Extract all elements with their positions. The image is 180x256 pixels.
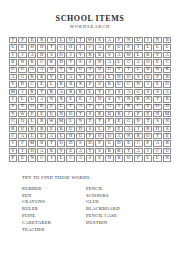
grid-cell: O	[144, 59, 153, 65]
grid-cell: I	[18, 148, 27, 154]
grid-cell: A	[105, 37, 114, 43]
grid-cell: S	[86, 155, 95, 161]
grid-cell: R	[86, 52, 95, 58]
grid-cell: A	[95, 44, 104, 50]
grid-cell: T	[95, 118, 104, 124]
grid-cell: P	[28, 111, 37, 117]
grid-cell: L	[144, 155, 153, 161]
word-list-item: PENCIL CASE	[86, 213, 166, 220]
word-list-item: RUBBER	[22, 186, 86, 193]
grid-cell: E	[47, 104, 56, 110]
grid-cell: E	[95, 37, 104, 43]
grid-cell: B	[144, 67, 153, 73]
page-subtitle: WORDSEARCH	[0, 24, 180, 29]
grid-cell: A	[57, 89, 66, 95]
grid-cell: Y	[76, 74, 85, 80]
grid-cell: K	[37, 104, 46, 110]
grid-cell: L	[144, 44, 153, 50]
grid-cell: F	[66, 104, 75, 110]
grid-cell: E	[28, 37, 37, 43]
grid-cell: C	[86, 44, 95, 50]
grid-cell: S	[163, 126, 172, 132]
grid-cell: I	[144, 148, 153, 154]
grid-cell: J	[144, 81, 153, 87]
grid-cell: N	[144, 96, 153, 102]
grid-cell: R	[105, 81, 114, 87]
grid-cell: Y	[47, 74, 56, 80]
grid-cell: E	[66, 148, 75, 154]
grid-cell: U	[18, 126, 27, 132]
word-list-item: TEACHER	[22, 227, 86, 234]
grid-cell: N	[163, 155, 172, 161]
grid-cell: E	[66, 96, 75, 102]
grid-cell: A	[66, 74, 75, 80]
grid-cell: E	[37, 111, 46, 117]
grid-cell: R	[66, 81, 75, 87]
grid-cell: O	[124, 74, 133, 80]
grid-cell: H	[86, 140, 95, 146]
grid-cell: U	[18, 67, 27, 73]
grid-cell: A	[124, 89, 133, 95]
grid-cell: I	[76, 44, 85, 50]
grid-cell: U	[76, 133, 85, 139]
grid-cell: I	[115, 104, 124, 110]
grid-cell: O	[66, 111, 75, 117]
grid-cell: N	[153, 37, 162, 43]
grid-cell: P	[153, 74, 162, 80]
grid-cell: G	[124, 59, 133, 65]
grid-cell: I	[9, 52, 18, 58]
grid-cell: L	[95, 126, 104, 132]
grid-cell: U	[28, 96, 37, 102]
grid-cell: C	[66, 155, 75, 161]
grid-cell: O	[105, 133, 114, 139]
word-list-item: GLUE	[86, 199, 166, 206]
grid-cell: U	[163, 148, 172, 154]
grid-cell: S	[95, 148, 104, 154]
grid-cell: N	[163, 118, 172, 124]
grid-cell: Y	[153, 52, 162, 58]
grid-cell: N	[76, 118, 85, 124]
grid-cell: B	[163, 74, 172, 80]
grid-cell: L	[153, 44, 162, 50]
grid-cell: T	[66, 59, 75, 65]
grid-cell: U	[115, 81, 124, 87]
grid-cell: M	[28, 140, 37, 146]
wordsearch-grid: TPERSLOTWEAFNUINBUEHHTCHICAPUPILLLIJAHSO…	[9, 37, 172, 162]
grid-cell: L	[163, 44, 172, 50]
grid-cell: A	[163, 89, 172, 95]
grid-cell: C	[37, 155, 46, 161]
word-list-item: DUSTBIN	[86, 220, 166, 227]
grid-cell: S	[47, 52, 56, 58]
grid-cell: B	[115, 155, 124, 161]
grid-cell: P	[86, 81, 95, 87]
grid-cell: L	[134, 67, 143, 73]
page-title: SCHOOL ITEMS	[0, 14, 180, 23]
grid-cell: L	[28, 118, 37, 124]
grid-cell: N	[153, 111, 162, 117]
grid-cell: A	[9, 74, 18, 80]
word-list-item: PEN	[22, 193, 86, 200]
grid-cell: S	[86, 111, 95, 117]
word-list-item: CARETAKER	[22, 220, 86, 227]
grid-cell: I	[144, 37, 153, 43]
grid-cell: T	[86, 74, 95, 80]
word-list-item: PENCIL	[86, 186, 166, 193]
grid-cell: L	[57, 155, 66, 161]
grid-cell: E	[144, 104, 153, 110]
grid-cell: T	[144, 118, 153, 124]
grid-cell: E	[115, 118, 124, 124]
grid-cell: T	[115, 96, 124, 102]
grid-cell: N	[124, 133, 133, 139]
grid-cell: P	[105, 44, 114, 50]
grid-cell: U	[134, 37, 143, 43]
grid-cell: A	[37, 148, 46, 154]
grid-cell: A	[163, 52, 172, 58]
grid-cell: N	[124, 37, 133, 43]
grid-cell: A	[28, 67, 37, 73]
grid-cell: S	[86, 126, 95, 132]
word-list-item: RULER	[22, 206, 86, 213]
grid-cell: L	[66, 118, 75, 124]
grid-cell: F	[134, 155, 143, 161]
grid-cell: F	[115, 37, 124, 43]
grid-cell: K	[47, 89, 56, 95]
grid-cell: N	[47, 96, 56, 102]
grid-cell: A	[37, 67, 46, 73]
grid-cell: R	[28, 74, 37, 80]
grid-cell: T	[124, 67, 133, 73]
grid-cell: M	[163, 111, 172, 117]
grid-cell: W	[86, 37, 95, 43]
grid-cell: S	[47, 37, 56, 43]
grid-cell: J	[18, 89, 27, 95]
grid-cell: C	[95, 104, 104, 110]
grid-cell: E	[37, 133, 46, 139]
grid-cell: D	[95, 59, 104, 65]
grid-cell: E	[47, 126, 56, 132]
grid-cell: A	[76, 148, 85, 154]
grid-cell: S	[9, 148, 18, 154]
find-words-label: TRY TO FIND THESE WORDS:	[22, 175, 180, 180]
grid-cell: O	[28, 104, 37, 110]
grid-cell: T	[86, 104, 95, 110]
grid-cell: O	[144, 133, 153, 139]
grid-cell: P	[105, 126, 114, 132]
grid-cell: S	[153, 89, 162, 95]
grid-cell: T	[76, 37, 85, 43]
grid-cell: X	[57, 96, 66, 102]
grid-cell: L	[28, 133, 37, 139]
grid-cell: K	[163, 67, 172, 73]
grid-cell: C	[57, 44, 66, 50]
grid-cell: C	[9, 133, 18, 139]
grid-cell: P	[95, 140, 104, 146]
grid-cell: H	[37, 52, 46, 58]
grid-cell: R	[28, 89, 37, 95]
grid-cell: E	[163, 133, 172, 139]
grid-cell: A	[28, 52, 37, 58]
grid-cell: I	[134, 44, 143, 50]
grid-cell: T	[86, 148, 95, 154]
grid-cell: B	[163, 37, 172, 43]
grid-cell: W	[47, 118, 56, 124]
grid-cell: R	[47, 59, 56, 65]
grid-cell: R	[37, 140, 46, 146]
grid-cell: G	[124, 118, 133, 124]
grid-cell: B	[105, 111, 114, 117]
grid-cell: G	[134, 89, 143, 95]
grid-cell: H	[37, 44, 46, 50]
grid-cell: E	[57, 74, 66, 80]
grid-cell: T	[124, 148, 133, 154]
grid-cell: D	[76, 126, 85, 132]
grid-cell: I	[47, 155, 56, 161]
grid-cell: S	[76, 59, 85, 65]
grid-cell: H	[66, 133, 75, 139]
grid-cell: A	[134, 59, 143, 65]
grid-cell: U	[115, 44, 124, 50]
grid-cell: P	[18, 37, 27, 43]
grid-cell: A	[105, 59, 114, 65]
grid-cell: R	[163, 140, 172, 146]
grid-cell: H	[66, 44, 75, 50]
grid-cell: T	[76, 111, 85, 117]
grid-cell: I	[9, 96, 18, 102]
grid-cell: U	[105, 67, 114, 73]
grid-cell: S	[153, 118, 162, 124]
grid-cell: M	[9, 89, 18, 95]
grid-cell: S	[86, 67, 95, 73]
grid-cell: R	[47, 148, 56, 154]
grid-cell: C	[134, 104, 143, 110]
grid-cell: K	[134, 96, 143, 102]
grid-cell: R	[37, 74, 46, 80]
grid-cell: L	[105, 140, 114, 146]
grid-cell: O	[95, 133, 104, 139]
word-list-item: BLACKBOARD	[86, 206, 166, 213]
grid-cell: D	[18, 81, 27, 87]
grid-cell: H	[153, 126, 162, 132]
grid-cell: K	[124, 104, 133, 110]
grid-cell: O	[95, 74, 104, 80]
grid-cell: P	[18, 104, 27, 110]
grid-cell: N	[28, 155, 37, 161]
grid-cell: H	[28, 148, 37, 154]
grid-cell: B	[28, 126, 37, 132]
grid-cell: B	[9, 59, 18, 65]
grid-cell: H	[105, 155, 114, 161]
grid-cell: L	[105, 74, 114, 80]
grid-cell: U	[124, 155, 133, 161]
grid-cell: F	[86, 133, 95, 139]
grid-cell: U	[95, 81, 104, 87]
grid-cell: L	[86, 89, 95, 95]
word-list: RUBBERPENCRAYONSRULERPUPILCARETAKERTEACH…	[22, 186, 180, 234]
grid-cell: A	[18, 133, 27, 139]
grid-cell: O	[153, 104, 162, 110]
grid-cell: L	[47, 81, 56, 87]
grid-cell: R	[66, 67, 75, 73]
grid-cell: Q	[18, 118, 27, 124]
grid-cell: H	[47, 67, 56, 73]
grid-cell: R	[144, 52, 153, 58]
grid-cell: Y	[9, 111, 18, 117]
grid-cell: R	[153, 67, 162, 73]
grid-cell: N	[57, 111, 66, 117]
grid-cell: Y	[95, 89, 104, 95]
word-list-item: SCISSORS	[86, 193, 166, 200]
grid-cell: Y	[115, 67, 124, 73]
grid-cell: S	[115, 89, 124, 95]
grid-cell: T	[153, 133, 162, 139]
grid-cell: T	[9, 37, 18, 43]
grid-cell: W	[18, 111, 27, 117]
grid-cell: K	[105, 148, 114, 154]
grid-cell: E	[144, 111, 153, 117]
grid-cell: J	[86, 96, 95, 102]
grid-cell: V	[57, 67, 66, 73]
grid-cell: K	[115, 148, 124, 154]
grid-cell: T	[47, 140, 56, 146]
grid-cell: G	[18, 74, 27, 80]
grid-cell: F	[18, 140, 27, 146]
grid-cell: R	[9, 126, 18, 132]
grid-cell: A	[37, 96, 46, 102]
grid-cell: N	[18, 59, 27, 65]
grid-cell: O	[163, 81, 172, 87]
grid-cell: E	[153, 81, 162, 87]
grid-cell: A	[47, 133, 56, 139]
grid-cell: P	[144, 140, 153, 146]
grid-cell: O	[57, 140, 66, 146]
grid-cell: I	[9, 140, 18, 146]
grid-cell: A	[76, 104, 85, 110]
grid-cell: A	[124, 126, 133, 132]
grid-cell: L	[153, 155, 162, 161]
grid-cell: R	[57, 81, 66, 87]
grid-cell: C	[28, 81, 37, 87]
word-list-column-right: PENCILSCISSORSGLUEBLACKBOARDPENCIL CASED…	[86, 186, 166, 234]
grid-cell: A	[115, 52, 124, 58]
grid-cell: A	[76, 155, 85, 161]
grid-cell: N	[134, 81, 143, 87]
grid-cell: J	[18, 52, 27, 58]
grid-cell: R	[76, 89, 85, 95]
grid-cell: R	[144, 126, 153, 132]
grid-cell: E	[76, 96, 85, 102]
grid-cell: C	[163, 59, 172, 65]
grid-cell: J	[124, 111, 133, 117]
grid-cell: C	[134, 140, 143, 146]
grid-cell: S	[9, 104, 18, 110]
grid-cell: U	[47, 111, 56, 117]
grid-cell: G	[105, 104, 114, 110]
grid-cell: U	[66, 126, 75, 132]
grid-cell: L	[57, 133, 66, 139]
grid-cell: P	[105, 118, 114, 124]
grid-cell: R	[57, 126, 66, 132]
grid-cell: B	[37, 126, 46, 132]
grid-cell: O	[76, 67, 85, 73]
grid-cell: U	[9, 44, 18, 50]
grid-cell: R	[37, 118, 46, 124]
grid-cell: N	[134, 118, 143, 124]
grid-cell: L	[134, 52, 143, 58]
grid-cell: D	[163, 104, 172, 110]
grid-cell: X	[76, 81, 85, 87]
grid-cell: Y	[57, 148, 66, 154]
grid-cell: R	[28, 59, 37, 65]
grid-cell: T	[86, 118, 95, 124]
grid-cell: I	[66, 52, 75, 58]
grid-cell: I	[134, 126, 143, 132]
grid-cell: A	[153, 140, 162, 146]
grid-cell: R	[163, 96, 172, 102]
grid-cell: E	[18, 44, 27, 50]
worksheet-page: SCHOOL ITEMS WORDSEARCH TPERSLOTWEAFNUIN…	[0, 0, 180, 256]
grid-cell: E	[95, 155, 104, 161]
grid-cell: H	[28, 44, 37, 50]
word-list-item: PUPIL	[22, 213, 86, 220]
grid-cell: R	[66, 89, 75, 95]
grid-cell: S	[86, 59, 95, 65]
grid-cell: A	[134, 148, 143, 154]
grid-cell: G	[9, 118, 18, 124]
grid-cell: L	[57, 37, 66, 43]
word-list-column-left: RUBBERPENCRAYONSRULERPUPILCARETAKERTEACH…	[22, 186, 86, 234]
grid-cell: D	[115, 140, 124, 146]
grid-cell: O	[66, 37, 75, 43]
grid-cell: C	[124, 81, 133, 87]
grid-cell: F	[105, 89, 114, 95]
grid-cell: R	[134, 133, 143, 139]
grid-cell: T	[153, 96, 162, 102]
grid-cell: L	[115, 59, 124, 65]
grid-cell: S	[105, 96, 114, 102]
grid-cell: R	[95, 52, 104, 58]
grid-cell: N	[124, 96, 133, 102]
grid-cell: R	[37, 37, 46, 43]
grid-cell: B	[95, 111, 104, 117]
grid-cell: Y	[76, 52, 85, 58]
grid-cell: U	[144, 74, 153, 80]
grid-cell: D	[66, 140, 75, 146]
grid-cell: H	[95, 67, 104, 73]
grid-cell: M	[57, 118, 66, 124]
grid-cell: P	[134, 111, 143, 117]
grid-cell: C	[153, 148, 162, 154]
grid-cell: E	[115, 126, 124, 132]
grid-cell: V	[9, 81, 18, 87]
grid-cell: L	[57, 104, 66, 110]
grid-cell: O	[57, 52, 66, 58]
grid-cell: T	[47, 44, 56, 50]
grid-cell: D	[57, 59, 66, 65]
grid-cell: S	[105, 52, 114, 58]
grid-cell: S	[134, 74, 143, 80]
grid-cell: L	[18, 96, 27, 102]
grid-cell: H	[115, 74, 124, 80]
grid-cell: E	[18, 155, 27, 161]
grid-cell: P	[124, 44, 133, 50]
grid-cell: O	[9, 67, 18, 73]
grid-cell: S	[144, 89, 153, 95]
grid-cell: E	[37, 81, 46, 87]
grid-cell: R	[115, 111, 124, 117]
